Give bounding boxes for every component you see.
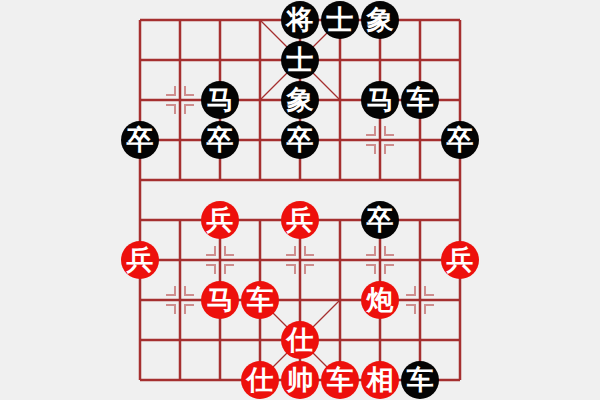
red-cannon[interactable]: 炮 [361,281,399,319]
red-soldier[interactable]: 兵 [281,201,319,239]
xiangqi-board: 将士象士马象马车卒卒卒卒卒车兵兵兵兵马车炮仕仕帅车相 [0,0,600,400]
black-horse[interactable]: 马 [361,81,399,119]
piece-layer: 将士象士马象马车卒卒卒卒卒车兵兵兵兵马车炮仕仕帅车相 [120,0,480,400]
red-advisor[interactable]: 仕 [281,321,319,359]
red-advisor[interactable]: 仕 [241,361,279,399]
black-chariot[interactable]: 车 [401,81,439,119]
black-advisor[interactable]: 士 [321,1,359,39]
black-chariot[interactable]: 车 [401,361,439,399]
red-chariot[interactable]: 车 [321,361,359,399]
red-soldier[interactable]: 兵 [121,241,159,279]
black-soldier[interactable]: 卒 [281,121,319,159]
red-general[interactable]: 帅 [281,361,319,399]
black-advisor[interactable]: 士 [281,41,319,79]
black-general[interactable]: 将 [281,1,319,39]
black-elephant[interactable]: 象 [361,1,399,39]
red-soldier[interactable]: 兵 [201,201,239,239]
black-soldier[interactable]: 卒 [121,121,159,159]
black-soldier[interactable]: 卒 [201,121,239,159]
red-elephant[interactable]: 相 [361,361,399,399]
red-soldier[interactable]: 兵 [441,241,479,279]
red-chariot[interactable]: 车 [241,281,279,319]
black-soldier[interactable]: 卒 [441,121,479,159]
black-soldier[interactable]: 卒 [361,201,399,239]
black-elephant[interactable]: 象 [281,81,319,119]
red-horse[interactable]: 马 [201,281,239,319]
black-horse[interactable]: 马 [201,81,239,119]
